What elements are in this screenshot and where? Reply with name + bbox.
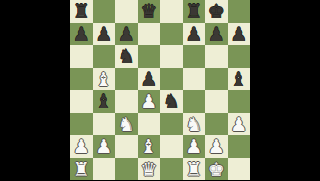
piece-black-pawn-d5[interactable]: ♟ (140, 68, 157, 90)
square-h7[interactable]: ♟ (228, 23, 251, 46)
square-e6[interactable] (160, 45, 183, 68)
square-h8[interactable] (228, 0, 251, 23)
piece-black-rook-f8[interactable]: ♜ (185, 0, 202, 22)
square-b5[interactable]: ♝ (93, 68, 116, 91)
piece-black-pawn-g7[interactable]: ♟ (208, 23, 225, 45)
piece-white-pawn-d4[interactable]: ♟ (140, 90, 157, 112)
piece-white-pawn-f2[interactable]: ♟ (185, 135, 202, 157)
square-f2[interactable]: ♟ (183, 135, 206, 158)
square-c4[interactable] (115, 90, 138, 113)
square-d1[interactable]: ♛ (138, 158, 161, 181)
square-e7[interactable] (160, 23, 183, 46)
piece-black-queen-d8[interactable]: ♛ (140, 0, 157, 22)
square-g2[interactable]: ♟ (205, 135, 228, 158)
piece-white-pawn-b2[interactable]: ♟ (95, 135, 112, 157)
piece-black-king-g8[interactable]: ♚ (208, 0, 225, 22)
piece-white-pawn-a2[interactable]: ♟ (73, 135, 90, 157)
square-g6[interactable] (205, 45, 228, 68)
square-e4[interactable]: ♞ (160, 90, 183, 113)
square-b3[interactable] (93, 113, 116, 136)
square-b2[interactable]: ♟ (93, 135, 116, 158)
square-g1[interactable]: ♚ (205, 158, 228, 181)
square-c6[interactable]: ♞ (115, 45, 138, 68)
square-a4[interactable] (70, 90, 93, 113)
square-e1[interactable] (160, 158, 183, 181)
app-screen: ♜♛♜♚♟♟♟♟♟♟♞♝♟♝♝♟♞♞♞♟♟♟♝♟♟♜♛♜♚ (0, 0, 320, 180)
square-a7[interactable]: ♟ (70, 23, 93, 46)
piece-white-bishop-b5[interactable]: ♝ (95, 68, 112, 90)
square-e8[interactable] (160, 0, 183, 23)
piece-white-knight-f3[interactable]: ♞ (185, 113, 202, 135)
piece-white-pawn-h3[interactable]: ♟ (230, 113, 247, 135)
piece-black-pawn-c7[interactable]: ♟ (118, 23, 135, 45)
square-e3[interactable] (160, 113, 183, 136)
square-h2[interactable] (228, 135, 251, 158)
piece-white-bishop-d2[interactable]: ♝ (140, 135, 157, 157)
square-h3[interactable]: ♟ (228, 113, 251, 136)
square-a8[interactable]: ♜ (70, 0, 93, 23)
square-c1[interactable] (115, 158, 138, 181)
piece-white-knight-c3[interactable]: ♞ (118, 113, 135, 135)
square-g7[interactable]: ♟ (205, 23, 228, 46)
square-h1[interactable] (228, 158, 251, 181)
square-g8[interactable]: ♚ (205, 0, 228, 23)
square-a2[interactable]: ♟ (70, 135, 93, 158)
piece-black-pawn-f7[interactable]: ♟ (185, 23, 202, 45)
square-e2[interactable] (160, 135, 183, 158)
square-h4[interactable] (228, 90, 251, 113)
piece-black-knight-c6[interactable]: ♞ (118, 45, 135, 67)
piece-white-rook-a1[interactable]: ♜ (73, 158, 90, 180)
square-g4[interactable] (205, 90, 228, 113)
square-a1[interactable]: ♜ (70, 158, 93, 181)
square-f8[interactable]: ♜ (183, 0, 206, 23)
piece-white-king-g1[interactable]: ♚ (208, 158, 225, 180)
piece-black-pawn-a7[interactable]: ♟ (73, 23, 90, 45)
square-b8[interactable] (93, 0, 116, 23)
piece-white-queen-d1[interactable]: ♛ (140, 158, 157, 180)
square-f1[interactable]: ♜ (183, 158, 206, 181)
square-h6[interactable] (228, 45, 251, 68)
square-f5[interactable] (183, 68, 206, 91)
square-d4[interactable]: ♟ (138, 90, 161, 113)
piece-black-pawn-h7[interactable]: ♟ (230, 23, 247, 45)
square-b6[interactable] (93, 45, 116, 68)
square-f4[interactable] (183, 90, 206, 113)
piece-black-bishop-b4[interactable]: ♝ (95, 90, 112, 112)
chess-board: ♜♛♜♚♟♟♟♟♟♟♞♝♟♝♝♟♞♞♞♟♟♟♝♟♟♜♛♜♚ (70, 0, 250, 180)
square-b4[interactable]: ♝ (93, 90, 116, 113)
piece-black-rook-a8[interactable]: ♜ (73, 0, 90, 22)
square-d2[interactable]: ♝ (138, 135, 161, 158)
square-e5[interactable] (160, 68, 183, 91)
piece-black-bishop-h5[interactable]: ♝ (230, 68, 247, 90)
square-a5[interactable] (70, 68, 93, 91)
piece-white-pawn-g2[interactable]: ♟ (208, 135, 225, 157)
square-c5[interactable] (115, 68, 138, 91)
square-c2[interactable] (115, 135, 138, 158)
square-d3[interactable] (138, 113, 161, 136)
square-b7[interactable]: ♟ (93, 23, 116, 46)
square-d6[interactable] (138, 45, 161, 68)
square-d8[interactable]: ♛ (138, 0, 161, 23)
square-a3[interactable] (70, 113, 93, 136)
square-d7[interactable] (138, 23, 161, 46)
piece-black-pawn-b7[interactable]: ♟ (95, 23, 112, 45)
piece-white-rook-f1[interactable]: ♜ (185, 158, 202, 180)
square-f6[interactable] (183, 45, 206, 68)
square-a6[interactable] (70, 45, 93, 68)
piece-black-knight-e4[interactable]: ♞ (163, 90, 180, 112)
square-c3[interactable]: ♞ (115, 113, 138, 136)
square-d5[interactable]: ♟ (138, 68, 161, 91)
square-f7[interactable]: ♟ (183, 23, 206, 46)
square-f3[interactable]: ♞ (183, 113, 206, 136)
square-g5[interactable] (205, 68, 228, 91)
square-c7[interactable]: ♟ (115, 23, 138, 46)
square-b1[interactable] (93, 158, 116, 181)
square-h5[interactable]: ♝ (228, 68, 251, 91)
square-c8[interactable] (115, 0, 138, 23)
square-g3[interactable] (205, 113, 228, 136)
